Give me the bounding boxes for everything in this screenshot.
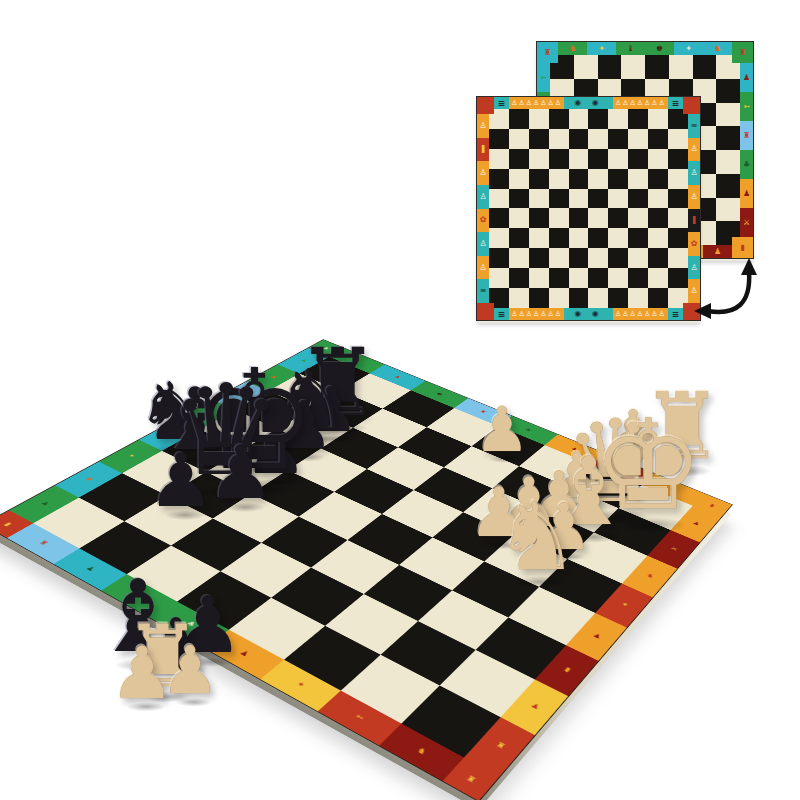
black-pawn: ♟: [208, 435, 274, 509]
chess-pieces-layer: ♞♝♛♚♞♜♟♟♟♟♟♟♟♟♟♟♞♟♝♛♟♚♜♝♟♟♜♟♟: [0, 0, 800, 800]
white-pawn-captured: ♟: [110, 637, 175, 709]
product-photo-stage: ♞✦♝♚✦♞▮♞♟✦▮♟➳♟♜✦♟♞♟➳♜♣♟⚔♜♜▮♜ ≡♙♙♙♙♙♙♙◉ ◉…: [0, 0, 800, 800]
white-knight: ♞: [495, 490, 579, 584]
black-pawn: ♟: [148, 443, 214, 517]
white-pawn: ♟: [474, 399, 530, 461]
